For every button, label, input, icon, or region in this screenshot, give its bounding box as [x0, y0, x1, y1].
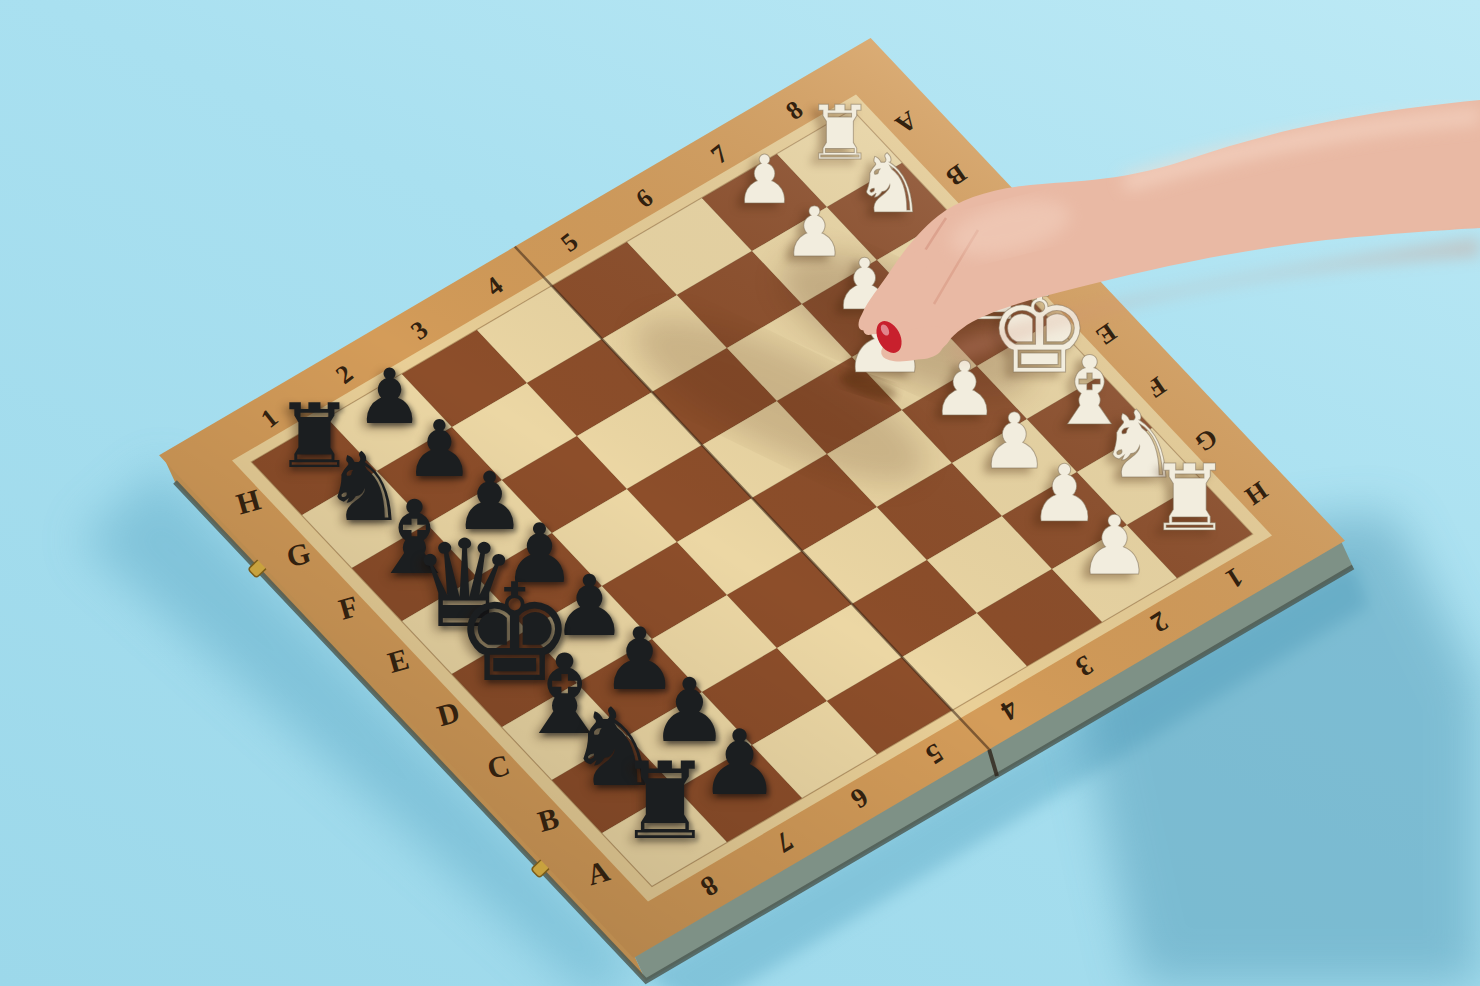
white-pawn-c2[interactable]: ♟	[833, 249, 897, 320]
white-rook-h1[interactable]: ♜	[1148, 452, 1230, 544]
scene: 12345678HGFEDCBAABCDEFGH12345678 ♜♞♝♛♚♝♞…	[0, 0, 1480, 986]
white-knight-b1[interactable]: ♞	[853, 143, 926, 224]
white-pawn-h2[interactable]: ♟	[1078, 505, 1152, 587]
black-rook-h8[interactable]: ♜	[617, 748, 712, 854]
